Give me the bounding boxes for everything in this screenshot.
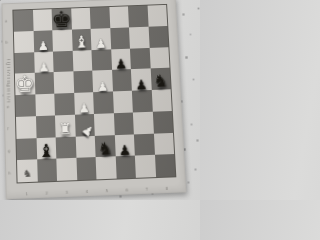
square-b1[interactable] bbox=[14, 31, 34, 53]
file-label: d bbox=[6, 82, 9, 87]
square-d3[interactable] bbox=[54, 72, 74, 94]
square-g7[interactable] bbox=[134, 133, 155, 156]
square-b8[interactable] bbox=[148, 26, 168, 48]
piece-white-pawn-e4[interactable]: ♟ bbox=[78, 102, 90, 114]
square-e3[interactable] bbox=[54, 93, 74, 115]
square-h5[interactable] bbox=[96, 157, 117, 180]
square-c7[interactable] bbox=[130, 47, 150, 69]
piece-white-pawn-c2[interactable]: ♟ bbox=[38, 61, 49, 73]
rank-label: 3 bbox=[66, 190, 69, 195]
square-c4[interactable] bbox=[72, 50, 92, 72]
square-d8[interactable]: ♞ bbox=[150, 68, 170, 90]
square-h1[interactable]: ♞ bbox=[17, 160, 37, 183]
square-f7[interactable] bbox=[133, 111, 154, 133]
square-d5[interactable]: ♟ bbox=[92, 70, 112, 92]
square-g1[interactable] bbox=[16, 138, 36, 161]
rank-label: 2 bbox=[46, 190, 49, 195]
piece-black-pawn-c6[interactable]: ♟ bbox=[115, 57, 128, 70]
square-f6[interactable] bbox=[113, 112, 133, 134]
square-g3[interactable] bbox=[56, 136, 76, 159]
rank-label: 4 bbox=[86, 189, 89, 194]
square-e6[interactable] bbox=[112, 91, 132, 113]
square-e5[interactable] bbox=[93, 91, 113, 113]
square-f4[interactable]: ♟ bbox=[74, 114, 94, 136]
square-d1[interactable]: ♚ bbox=[15, 73, 35, 95]
square-h8[interactable] bbox=[154, 154, 175, 177]
square-d2[interactable] bbox=[34, 72, 54, 94]
square-g2[interactable]: ♝ bbox=[36, 137, 56, 160]
piece-black-pawn-g6[interactable]: ♟ bbox=[118, 143, 131, 156]
square-a1[interactable] bbox=[13, 10, 33, 32]
square-e7[interactable] bbox=[132, 90, 152, 112]
square-b2[interactable]: ♟ bbox=[33, 30, 53, 52]
piece-white-pawn-d5[interactable]: ♟ bbox=[97, 80, 109, 92]
file-label: c bbox=[6, 61, 9, 66]
square-g8[interactable] bbox=[153, 132, 174, 155]
square-a3[interactable]: ♚ bbox=[52, 8, 72, 30]
board-grid: ♚♟♝♟♟♟♚♟♟♞♟♜♟♝♞♟♞ bbox=[12, 4, 176, 184]
square-b6[interactable] bbox=[110, 27, 130, 49]
square-a8[interactable] bbox=[147, 5, 167, 27]
piece-black-knight-d8[interactable]: ♞ bbox=[153, 74, 169, 90]
file-label: h bbox=[8, 170, 11, 175]
piece-white-king-d1[interactable]: ♚ bbox=[14, 74, 35, 96]
piece-black-pawn-d7[interactable]: ♟ bbox=[135, 78, 148, 91]
square-a2[interactable] bbox=[32, 9, 52, 31]
square-d6[interactable] bbox=[112, 69, 132, 91]
file-label: b bbox=[5, 39, 8, 44]
square-f8[interactable] bbox=[152, 111, 173, 133]
square-e8[interactable] bbox=[151, 89, 172, 111]
square-a4[interactable] bbox=[71, 8, 91, 30]
piece-white-pawn-b5[interactable]: ♟ bbox=[95, 38, 107, 50]
chess-board: abcdefgh 12345678 ♚♟♝♟♟♟♚♟♟♞♟♜♟♝♞♟♞ bbox=[1, 0, 186, 199]
file-label: e bbox=[7, 104, 10, 109]
square-b4[interactable]: ♝ bbox=[71, 29, 91, 51]
file-label: g bbox=[8, 148, 11, 153]
square-c5[interactable] bbox=[91, 49, 111, 71]
square-f2[interactable] bbox=[35, 115, 55, 137]
square-f5[interactable] bbox=[94, 113, 114, 135]
square-f3[interactable]: ♜ bbox=[55, 114, 75, 136]
piece-black-knight-g5[interactable]: ♞ bbox=[97, 141, 113, 157]
square-a7[interactable] bbox=[128, 6, 148, 28]
square-h6[interactable] bbox=[115, 156, 136, 179]
board-knight-logo-icon: ♞ bbox=[22, 168, 32, 179]
rank-label: 1 bbox=[25, 191, 28, 196]
square-h4[interactable] bbox=[76, 157, 96, 180]
square-g5[interactable]: ♞ bbox=[95, 135, 115, 158]
file-label: f bbox=[7, 126, 10, 131]
piece-white-pawn-b2[interactable]: ♟ bbox=[37, 40, 48, 52]
square-h2[interactable] bbox=[37, 159, 57, 182]
square-b7[interactable] bbox=[129, 26, 149, 48]
rank-label: 8 bbox=[165, 186, 168, 191]
square-e4[interactable]: ♟ bbox=[74, 92, 94, 114]
photo-of-chessboard: { "game": "chess", "scene": { "descripti… bbox=[0, 0, 200, 200]
square-e1[interactable] bbox=[15, 94, 35, 116]
square-c8[interactable] bbox=[149, 47, 169, 69]
rank-label: 7 bbox=[146, 187, 149, 192]
square-f1[interactable] bbox=[16, 116, 36, 138]
square-d7[interactable]: ♟ bbox=[131, 69, 151, 91]
rank-label: 6 bbox=[126, 187, 129, 192]
piece-white-rook-f3[interactable]: ♜ bbox=[58, 123, 72, 137]
square-a5[interactable] bbox=[90, 7, 110, 29]
square-d4[interactable] bbox=[73, 71, 93, 93]
square-c3[interactable] bbox=[53, 50, 73, 72]
piece-white-bishop-b4[interactable]: ♝ bbox=[74, 35, 90, 51]
square-g6[interactable]: ♟ bbox=[114, 134, 135, 157]
rank-label: 5 bbox=[106, 188, 109, 193]
rank-labels: 12345678 bbox=[17, 185, 177, 196]
square-e2[interactable] bbox=[35, 94, 55, 116]
square-c6[interactable]: ♟ bbox=[111, 48, 131, 70]
square-a6[interactable] bbox=[109, 6, 129, 28]
square-b3[interactable] bbox=[52, 29, 72, 51]
square-b5[interactable]: ♟ bbox=[91, 28, 111, 50]
square-c2[interactable]: ♟ bbox=[34, 51, 54, 73]
piece-black-king-a3[interactable]: ♚ bbox=[51, 9, 72, 30]
piece-black-bishop-g2[interactable]: ♝ bbox=[38, 142, 55, 159]
square-h7[interactable] bbox=[135, 155, 156, 178]
square-h3[interactable] bbox=[56, 158, 76, 181]
file-label: a bbox=[5, 18, 8, 23]
